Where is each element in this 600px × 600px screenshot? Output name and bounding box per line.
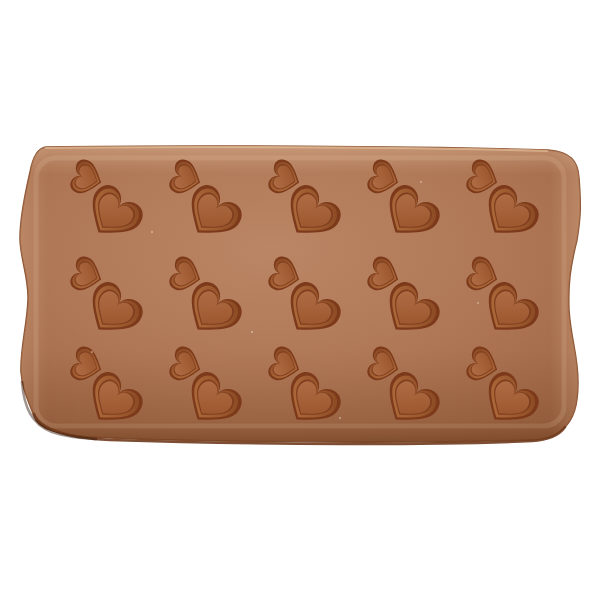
photo-canvas [0, 0, 600, 600]
chocolate-mold-photo: Overhead product photo of a brown silico… [0, 0, 600, 600]
